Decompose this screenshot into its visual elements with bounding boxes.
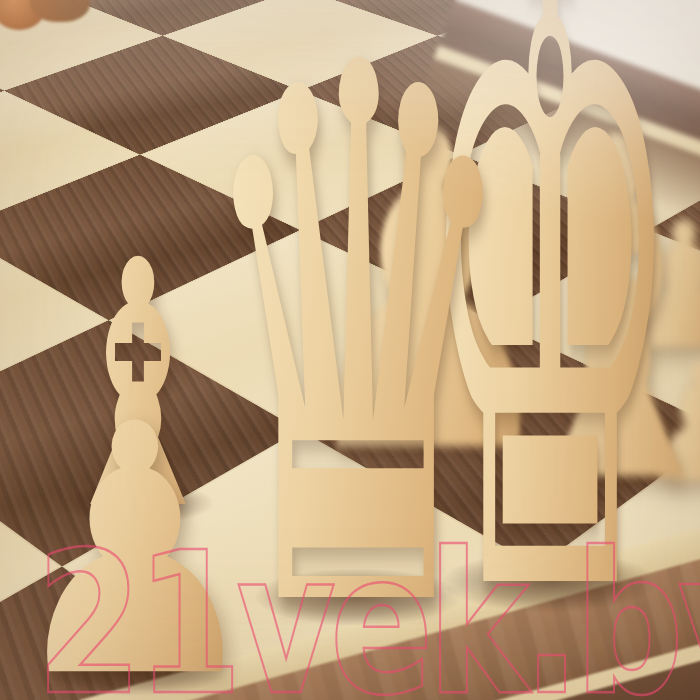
chess-photo-stage: ♟♝♛♚♟♝♟♟ 21vek.by [0, 0, 700, 700]
piece-white-pawn-front[interactable]: ♟ [4, 379, 267, 700]
